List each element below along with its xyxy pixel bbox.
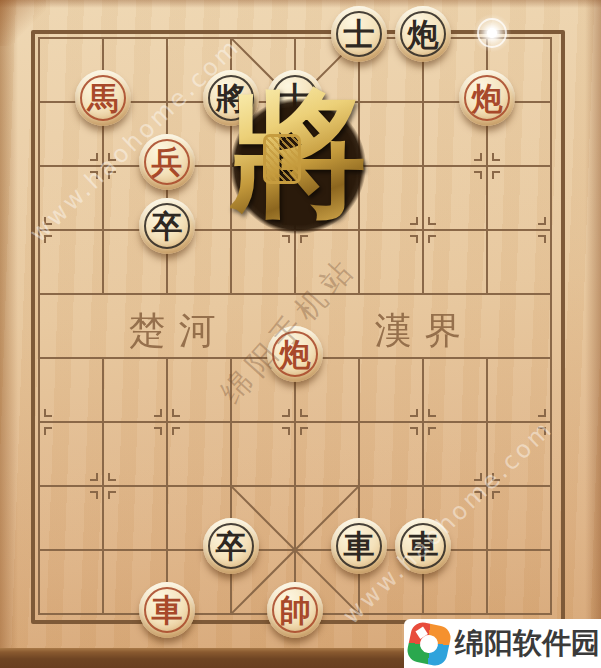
board-top-edge-shadow (0, 0, 601, 8)
point-marker (44, 409, 52, 417)
point-marker (538, 235, 546, 243)
point-marker (538, 409, 546, 417)
piece-character: 卒 (139, 198, 195, 254)
point-marker (410, 409, 418, 417)
grid-line-vertical (422, 37, 424, 295)
point-marker (492, 153, 500, 161)
piece-character: 車 (331, 518, 387, 574)
point-marker (108, 491, 116, 499)
point-marker (90, 171, 98, 179)
point-marker (492, 491, 500, 499)
point-marker (492, 473, 500, 481)
piece-red-cannon[interactable]: 炮 (267, 326, 323, 382)
point-marker (44, 427, 52, 435)
point-marker (172, 409, 180, 417)
grid-line-vertical (166, 357, 168, 615)
point-marker (44, 235, 52, 243)
point-marker (154, 409, 162, 417)
piece-red-general[interactable]: 帥 (267, 582, 323, 638)
grid-line-vertical (486, 357, 488, 615)
grid-line-vertical (38, 37, 40, 615)
piece-black-soldier[interactable]: 卒 (203, 518, 259, 574)
piece-black-cannon[interactable]: 炮 (395, 6, 451, 62)
point-marker (474, 473, 482, 481)
point-marker (108, 171, 116, 179)
point-marker (282, 427, 290, 435)
piece-red-soldier[interactable]: 兵 (139, 134, 195, 190)
point-marker (300, 427, 308, 435)
point-marker (90, 473, 98, 481)
point-marker (538, 427, 546, 435)
site-name-text: 绵阳软件园 (455, 624, 600, 664)
site-logo-icon (405, 620, 452, 667)
grid-line-vertical (102, 357, 104, 615)
piece-black-soldier[interactable]: 卒 (139, 198, 195, 254)
river-label-right: 漢界 (362, 306, 475, 356)
piece-black-advisor[interactable]: 士 (331, 6, 387, 62)
point-marker (538, 217, 546, 225)
piece-character: 卒 (203, 518, 259, 574)
piece-character: 兵 (139, 134, 195, 190)
point-marker (44, 217, 52, 225)
point-marker (428, 427, 436, 435)
piece-character: 士 (331, 6, 387, 62)
point-marker (410, 217, 418, 225)
point-marker (428, 217, 436, 225)
check-announcement-stamp: 將 (230, 98, 366, 234)
piece-black-chariot[interactable]: 車 (331, 518, 387, 574)
grid-line-vertical (550, 37, 552, 615)
piece-black-chariot[interactable]: 車 (395, 518, 451, 574)
point-marker (90, 153, 98, 161)
piece-red-horse[interactable]: 馬 (75, 70, 131, 126)
point-marker (154, 427, 162, 435)
piece-character: 車 (395, 518, 451, 574)
point-marker (172, 427, 180, 435)
piece-character: 帥 (267, 582, 323, 638)
point-marker (282, 409, 290, 417)
point-marker (300, 409, 308, 417)
point-marker (492, 171, 500, 179)
river-label-left: 楚河 (116, 306, 229, 356)
point-marker (108, 473, 116, 481)
xiangqi-game-screen: 楚河 漢界 馬炮兵炮車帥士炮將士卒卒車車 將 www.haohome.com w… (0, 0, 601, 668)
board-right-edge-shadow (585, 0, 601, 650)
point-marker (474, 153, 482, 161)
point-marker (410, 235, 418, 243)
piece-character: 馬 (75, 70, 131, 126)
piece-character: 炮 (395, 6, 451, 62)
point-marker (474, 171, 482, 179)
piece-character: 炮 (459, 70, 515, 126)
board-left-edge-shadow (0, 0, 18, 650)
piece-character: 炮 (267, 326, 323, 382)
point-marker (108, 153, 116, 161)
grid-line-vertical (294, 357, 296, 615)
point-marker (428, 235, 436, 243)
point-marker (474, 491, 482, 499)
piece-character: 車 (139, 582, 195, 638)
stamp-seal-icon (263, 134, 301, 184)
point-marker (90, 491, 98, 499)
point-marker (428, 409, 436, 417)
piece-red-chariot[interactable]: 車 (139, 582, 195, 638)
point-marker (410, 427, 418, 435)
site-watermark-badge: 绵阳软件园 (404, 619, 601, 668)
sparkle-core (487, 28, 497, 38)
grid-line-vertical (422, 357, 424, 615)
piece-red-cannon[interactable]: 炮 (459, 70, 515, 126)
